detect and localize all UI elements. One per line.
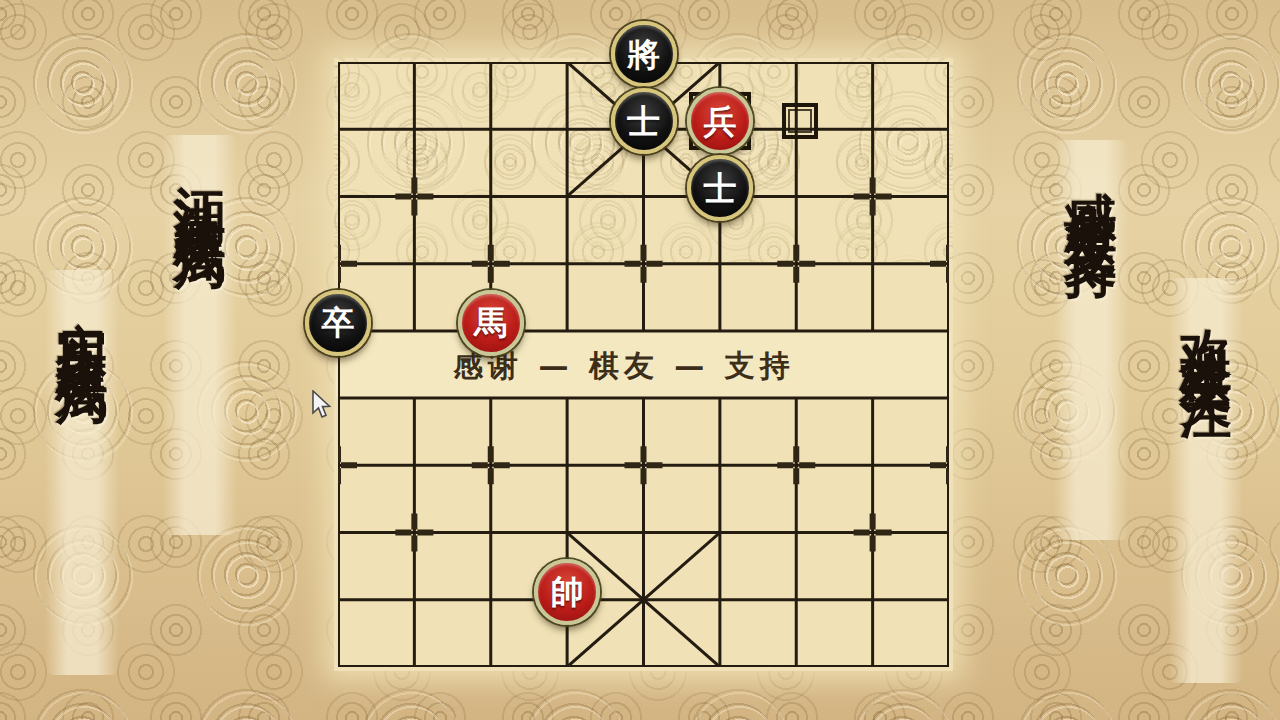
xiangqi-board[interactable]: 感谢 — 棋友 — 支持 將士兵士卒馬帥 (338, 62, 949, 667)
mouse-cursor (311, 390, 333, 420)
piece-red-soldier[interactable]: 兵 (687, 88, 753, 154)
piece-glyph: 卒 (322, 306, 355, 339)
piece-glyph: 將 (627, 38, 660, 71)
piece-black-general[interactable]: 將 (611, 21, 677, 87)
piece-black-advisor-2[interactable]: 士 (687, 155, 753, 221)
piece-red-general[interactable]: 帥 (534, 559, 600, 625)
left-inner-caption: 江湖象棋残局 (174, 145, 226, 211)
last-move-origin-marker (782, 103, 818, 139)
piece-glyph: 兵 (703, 105, 736, 138)
left-outer-caption: 实用象棋残局 (56, 280, 108, 346)
piece-glyph: 帥 (551, 575, 584, 608)
piece-glyph: 士 (703, 172, 736, 205)
right-inner-caption: 感谢棋友支持 (1065, 150, 1117, 216)
piece-black-advisor-1[interactable]: 士 (611, 88, 677, 154)
piece-red-horse[interactable]: 馬 (458, 290, 524, 356)
piece-glyph: 士 (627, 105, 660, 138)
piece-glyph: 馬 (474, 306, 507, 339)
river-watermark-text: 感谢 — 棋友 — 支持 (453, 346, 853, 387)
screenshot-root: 实用象棋残局 江湖象棋残局 感谢棋友支持 欢迎棋友关注 感谢 — 棋友 — 支持… (0, 0, 1280, 720)
piece-black-soldier[interactable]: 卒 (305, 290, 371, 356)
right-outer-caption: 欢迎棋友关注 (1180, 288, 1232, 354)
